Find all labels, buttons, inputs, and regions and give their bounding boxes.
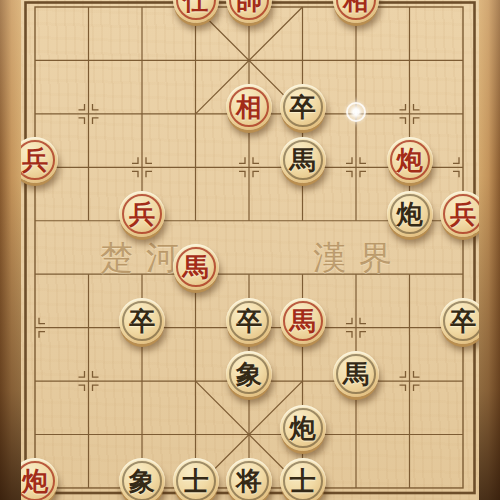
board-frame-left xyxy=(0,0,21,500)
piece-character: 仕 xyxy=(183,0,209,13)
piece-character: 兵 xyxy=(22,147,48,173)
piece-red-兵[interactable]: 兵 xyxy=(119,191,165,237)
piece-black-象[interactable]: 象 xyxy=(119,458,165,500)
piece-black-将[interactable]: 将 xyxy=(226,458,272,500)
piece-black-馬[interactable]: 馬 xyxy=(280,137,326,183)
xiangqi-app-window: 楚河 漢界 仕帥相相卒兵馬炮兵炮兵馬卒卒馬卒象馬炮炮象士将士 xyxy=(0,0,500,500)
piece-black-象[interactable]: 象 xyxy=(226,351,272,397)
piece-black-士[interactable]: 士 xyxy=(173,458,219,500)
piece-black-卒[interactable]: 卒 xyxy=(119,298,165,344)
piece-character: 象 xyxy=(129,468,155,494)
piece-character: 炮 xyxy=(22,468,48,494)
piece-character: 士 xyxy=(183,468,209,494)
piece-character: 卒 xyxy=(129,308,155,334)
board-frame-right xyxy=(479,0,500,500)
piece-character: 卒 xyxy=(450,308,476,334)
piece-character: 馬 xyxy=(343,361,369,387)
piece-character: 炮 xyxy=(397,147,423,173)
piece-character: 卒 xyxy=(236,308,262,334)
piece-character: 相 xyxy=(343,0,369,13)
piece-character: 象 xyxy=(236,361,262,387)
board-grid xyxy=(0,0,500,500)
piece-black-卒[interactable]: 卒 xyxy=(280,84,326,130)
piece-red-炮[interactable]: 炮 xyxy=(387,137,433,183)
piece-character: 士 xyxy=(290,468,316,494)
piece-character: 馬 xyxy=(183,254,209,280)
piece-red-馬[interactable]: 馬 xyxy=(173,244,219,290)
piece-red-相[interactable]: 相 xyxy=(226,84,272,130)
piece-character: 炮 xyxy=(397,201,423,227)
piece-character: 兵 xyxy=(450,201,476,227)
piece-black-馬[interactable]: 馬 xyxy=(333,351,379,397)
river-label-right: 漢界 xyxy=(313,236,405,281)
piece-character: 将 xyxy=(236,468,262,494)
piece-character: 卒 xyxy=(290,94,316,120)
piece-red-馬[interactable]: 馬 xyxy=(280,298,326,344)
piece-character: 相 xyxy=(236,94,262,120)
piece-character: 帥 xyxy=(236,0,262,13)
piece-black-士[interactable]: 士 xyxy=(280,458,326,500)
piece-character: 兵 xyxy=(129,201,155,227)
piece-black-炮[interactable]: 炮 xyxy=(280,405,326,451)
piece-character: 炮 xyxy=(290,415,316,441)
piece-character: 馬 xyxy=(290,147,316,173)
piece-black-卒[interactable]: 卒 xyxy=(226,298,272,344)
piece-character: 馬 xyxy=(290,308,316,334)
piece-black-炮[interactable]: 炮 xyxy=(387,191,433,237)
